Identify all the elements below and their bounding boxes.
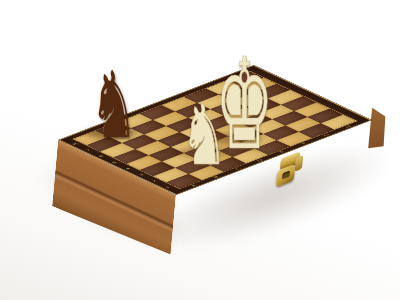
latch-hook-icon — [295, 155, 304, 172]
piece-black-knight: ♞ — [90, 60, 134, 152]
piece-white-king: ♚ — [215, 42, 261, 168]
product-photo-scene: ABCDEFGH 87654321 ♞ ♞ ♚ — [0, 0, 400, 300]
